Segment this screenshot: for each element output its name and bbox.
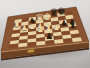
- piece-black-pawn-e2: ♟: [46, 31, 54, 40]
- photo-scene: ♛♚♞♛♚♜♟♟♟♟♟♟♟♟♟♝♟: [0, 0, 90, 68]
- piece-white-pawn-f4: ♟: [53, 24, 60, 31]
- piece-black-king-g8: ♚: [57, 7, 65, 16]
- piece-white-pawn-b5: ♟: [21, 25, 27, 32]
- chess-pieces-layer: ♛♚♞♛♚♜♟♟♟♟♟♟♟♟♟♝♟: [0, 0, 90, 68]
- piece-black-bishop-h4: ♝: [69, 20, 78, 30]
- piece-white-pawn-d4: ♟: [37, 26, 44, 33]
- piece-black-pawn-g5: ♟: [61, 20, 67, 27]
- piece-white-rook-a6: ♜: [14, 22, 21, 30]
- piece-white-pawn-c5: ♟: [29, 24, 35, 31]
